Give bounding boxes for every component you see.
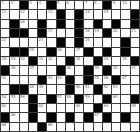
clue-number: 56	[20, 95, 25, 99]
grid-cell[interactable]: 26	[57, 48, 65, 56]
grid-cell[interactable]: 53	[112, 85, 120, 93]
clue-number: 7	[85, 1, 87, 5]
black-cell	[84, 48, 92, 56]
grid-cell[interactable]	[20, 113, 28, 121]
clue-number: 32	[48, 57, 53, 61]
grid-cell[interactable]	[121, 20, 129, 28]
grid-cell[interactable]: 31	[38, 57, 46, 65]
grid-cell[interactable]	[94, 123, 102, 131]
clue-number: 29	[11, 57, 16, 61]
clue-number: 2	[11, 1, 13, 5]
grid-cell[interactable]	[29, 38, 37, 46]
grid-cell[interactable]	[121, 123, 129, 131]
grid-cell[interactable]: 3	[29, 1, 37, 9]
clue-number: 30	[20, 57, 25, 61]
grid-cell[interactable]: 65	[131, 104, 139, 112]
grid-cell[interactable]: 32	[47, 57, 55, 65]
grid-cell[interactable]	[38, 95, 46, 103]
grid-cell[interactable]: 50	[75, 85, 83, 93]
grid-cell[interactable]	[131, 38, 139, 46]
black-cell	[38, 76, 46, 84]
black-cell	[10, 85, 18, 93]
black-cell	[38, 123, 46, 131]
black-cell	[1, 113, 9, 121]
grid-cell[interactable]	[29, 10, 37, 18]
grid-cell[interactable]: 25	[29, 48, 37, 56]
grid-cell[interactable]	[57, 85, 65, 93]
grid-cell[interactable]	[47, 38, 55, 46]
grid-cell[interactable]: 69	[47, 123, 55, 131]
black-cell	[47, 48, 55, 56]
clue-number: 43	[48, 76, 53, 80]
grid-cell[interactable]	[38, 66, 46, 74]
black-cell	[131, 57, 139, 65]
clue-number: 64	[103, 104, 108, 108]
black-cell	[57, 20, 65, 28]
black-cell	[94, 20, 102, 28]
clue-number: 48	[29, 85, 34, 89]
black-cell	[10, 20, 18, 28]
grid-cell[interactable]	[47, 66, 55, 74]
grid-cell[interactable]: 43	[47, 76, 55, 84]
black-cell	[75, 10, 83, 18]
grid-cell[interactable]	[29, 123, 37, 131]
grid-cell[interactable]	[112, 123, 120, 131]
grid-cell[interactable]: 51	[84, 85, 92, 93]
clue-number: 41	[131, 66, 136, 70]
grid-cell[interactable]: 67	[94, 113, 102, 121]
grid-cell[interactable]: 12	[20, 10, 28, 18]
grid-cell[interactable]: 37	[29, 66, 37, 74]
grid-cell[interactable]	[94, 48, 102, 56]
black-cell	[131, 10, 139, 18]
clue-number: 60	[113, 95, 118, 99]
grid-cell[interactable]	[75, 1, 83, 9]
black-cell	[29, 95, 37, 103]
black-cell	[47, 113, 55, 121]
black-cell	[20, 29, 28, 37]
black-cell	[94, 104, 102, 112]
grid-cell[interactable]	[112, 113, 120, 121]
grid-cell[interactable]: 63	[75, 104, 83, 112]
grid-cell[interactable]	[29, 20, 37, 28]
grid-cell[interactable]	[10, 104, 18, 112]
grid-cell[interactable]	[75, 66, 83, 74]
clue-number: 21	[131, 29, 136, 33]
grid-cell[interactable]	[121, 10, 129, 18]
clue-number: 62	[39, 104, 44, 108]
grid-cell[interactable]: 2	[10, 1, 18, 9]
grid-cell[interactable]	[38, 48, 46, 56]
grid-cell[interactable]	[20, 66, 28, 74]
grid-cell[interactable]: 42	[1, 76, 9, 84]
grid-cell[interactable]: 10	[121, 1, 129, 9]
grid-cell[interactable]: 48	[29, 85, 37, 93]
grid-cell[interactable]: 56	[20, 95, 28, 103]
clue-number: 40	[113, 66, 118, 70]
clue-number: 36	[11, 66, 16, 70]
grid-cell[interactable]	[66, 10, 74, 18]
grid-cell[interactable]: 58	[66, 95, 74, 103]
grid-cell[interactable]: 16	[20, 20, 28, 28]
grid-cell[interactable]	[20, 104, 28, 112]
grid-cell[interactable]: 18	[84, 29, 92, 37]
black-cell	[29, 57, 37, 65]
grid-cell[interactable]: 64	[103, 104, 111, 112]
clue-number: 11	[2, 10, 7, 14]
grid-cell[interactable]: 6	[66, 1, 74, 9]
grid-cell[interactable]: 68	[1, 123, 9, 131]
grid-cell[interactable]	[131, 85, 139, 93]
black-cell	[112, 20, 120, 28]
grid-cell[interactable]	[103, 38, 111, 46]
black-cell	[47, 1, 55, 9]
clue-number: 38	[66, 66, 71, 70]
grid-cell[interactable]	[57, 123, 65, 131]
black-cell	[29, 104, 37, 112]
black-cell	[57, 66, 65, 74]
clue-number: 31	[39, 57, 44, 61]
grid-cell[interactable]	[47, 104, 55, 112]
crossword-grid: 1234567891011121314151617181920212223242…	[0, 0, 140, 132]
grid-cell[interactable]	[112, 104, 120, 112]
clue-number: 52	[103, 85, 108, 89]
grid-cell[interactable]	[131, 123, 139, 131]
black-cell	[47, 95, 55, 103]
grid-cell[interactable]	[75, 76, 83, 84]
grid-cell[interactable]: 23	[38, 38, 46, 46]
grid-cell[interactable]	[10, 10, 18, 18]
clue-number: 12	[20, 10, 25, 14]
clue-number: 14	[85, 10, 90, 14]
clue-number: 68	[2, 123, 7, 127]
clue-number: 54	[2, 95, 7, 99]
black-cell	[84, 66, 92, 74]
black-cell	[84, 76, 92, 84]
clue-number: 26	[57, 48, 62, 52]
black-cell	[38, 29, 46, 37]
grid-cell[interactable]: 61	[1, 104, 9, 112]
clue-number: 4	[39, 1, 41, 5]
grid-cell[interactable]: 46	[103, 76, 111, 84]
grid-cell[interactable]	[66, 20, 74, 28]
grid-cell[interactable]	[84, 104, 92, 112]
grid-cell[interactable]	[103, 123, 111, 131]
clue-number: 24	[85, 38, 90, 42]
grid-cell[interactable]: 49	[38, 85, 46, 93]
grid-cell[interactable]	[66, 123, 74, 131]
grid-cell[interactable]: 59	[84, 95, 92, 103]
grid-cell[interactable]: 13	[47, 10, 55, 18]
grid-cell[interactable]: 4	[38, 1, 46, 9]
clue-number: 5	[57, 1, 59, 5]
clue-number: 23	[39, 38, 44, 42]
grid-cell[interactable]	[66, 104, 74, 112]
grid-cell[interactable]: 47	[121, 76, 129, 84]
clue-number: 61	[2, 104, 7, 108]
clue-number: 25	[29, 48, 34, 52]
clue-number: 47	[122, 76, 127, 80]
grid-cell[interactable]: 24	[84, 38, 92, 46]
grid-cell[interactable]	[57, 113, 65, 121]
black-cell	[75, 20, 83, 28]
clue-number: 20	[113, 29, 118, 33]
grid-cell[interactable]	[47, 85, 55, 93]
black-cell	[66, 113, 74, 121]
clue-number: 69	[48, 123, 53, 127]
grid-cell[interactable]	[1, 20, 9, 28]
black-cell	[131, 20, 139, 28]
clue-number: 67	[94, 113, 99, 117]
grid-cell[interactable]	[20, 123, 28, 131]
clue-number: 50	[76, 85, 81, 89]
black-cell	[66, 57, 74, 65]
clue-number: 3	[29, 1, 31, 5]
clue-number: 44	[57, 76, 62, 80]
black-cell	[103, 66, 111, 74]
black-cell	[131, 95, 139, 103]
black-cell	[20, 48, 28, 56]
clue-number: 8	[94, 1, 96, 5]
grid-cell[interactable]: 22	[1, 38, 9, 46]
black-cell	[57, 38, 65, 46]
grid-cell[interactable]: 39	[94, 66, 102, 74]
grid-cell[interactable]: 17	[47, 29, 55, 37]
black-cell	[75, 95, 83, 103]
clue-number: 53	[113, 85, 118, 89]
clue-number: 46	[103, 76, 108, 80]
grid-cell[interactable]	[10, 38, 18, 46]
grid-cell[interactable]: 14	[84, 10, 92, 18]
clue-number: 65	[131, 104, 136, 108]
black-cell	[10, 48, 18, 56]
black-cell	[20, 85, 28, 93]
grid-cell[interactable]: 9	[112, 1, 120, 9]
grid-cell[interactable]	[66, 29, 74, 37]
grid-cell[interactable]: 40	[112, 66, 120, 74]
grid-cell[interactable]	[38, 113, 46, 121]
grid-cell[interactable]: 19	[94, 29, 102, 37]
grid-cell[interactable]: 38	[66, 66, 74, 74]
grid-cell[interactable]: 57	[57, 95, 65, 103]
clue-number: 63	[76, 104, 81, 108]
black-cell	[38, 20, 46, 28]
grid-cell[interactable]	[112, 10, 120, 18]
grid-cell[interactable]	[103, 20, 111, 28]
black-cell	[103, 29, 111, 37]
black-cell	[121, 113, 129, 121]
grid-cell[interactable]: 34	[103, 57, 111, 65]
grid-cell[interactable]	[20, 76, 28, 84]
grid-cell[interactable]: 60	[112, 95, 120, 103]
clue-number: 9	[113, 1, 115, 5]
grid-cell[interactable]	[29, 29, 37, 37]
clue-number: 19	[94, 29, 99, 33]
clue-number: 15	[103, 10, 108, 14]
black-cell	[103, 113, 111, 121]
black-cell	[94, 57, 102, 65]
grid-cell[interactable]	[20, 38, 28, 46]
black-cell	[1, 66, 9, 74]
black-cell	[121, 38, 129, 46]
grid-cell[interactable]	[84, 57, 92, 65]
grid-cell[interactable]	[112, 38, 120, 46]
grid-cell[interactable]	[94, 95, 102, 103]
grid-cell[interactable]	[57, 104, 65, 112]
clue-number: 22	[2, 38, 7, 42]
grid-cell[interactable]: 41	[131, 66, 139, 74]
black-cell	[75, 29, 83, 37]
grid-cell[interactable]	[121, 85, 129, 93]
grid-cell[interactable]	[75, 123, 83, 131]
grid-cell[interactable]	[57, 57, 65, 65]
grid-cell[interactable]	[84, 20, 92, 28]
clue-number: 66	[11, 113, 16, 117]
black-cell	[103, 48, 111, 56]
clue-number: 1	[2, 1, 4, 5]
black-cell	[84, 113, 92, 121]
grid-cell[interactable]	[131, 48, 139, 56]
grid-cell[interactable]: 21	[131, 29, 139, 37]
grid-cell[interactable]: 54	[1, 95, 9, 103]
grid-cell[interactable]	[29, 76, 37, 84]
clue-number: 16	[20, 20, 25, 24]
grid-cell[interactable]	[94, 38, 102, 46]
grid-cell[interactable]: 28	[1, 57, 9, 65]
grid-cell[interactable]: 29	[10, 57, 18, 65]
clue-number: 57	[57, 95, 62, 99]
clue-number: 34	[103, 57, 108, 61]
black-cell	[66, 85, 74, 93]
clue-number: 55	[11, 95, 16, 99]
grid-cell[interactable]	[94, 10, 102, 18]
grid-cell[interactable]: 11	[1, 10, 9, 18]
black-cell	[112, 76, 120, 84]
grid-cell[interactable]	[121, 29, 129, 37]
grid-cell[interactable]	[10, 123, 18, 131]
grid-cell[interactable]	[66, 48, 74, 56]
grid-cell[interactable]: 30	[20, 57, 28, 65]
clue-number: 51	[85, 85, 90, 89]
grid-cell[interactable]: 33	[75, 57, 83, 65]
clue-number: 45	[94, 76, 99, 80]
grid-cell[interactable]: 45	[94, 76, 102, 84]
clue-number: 35	[122, 57, 127, 61]
grid-cell[interactable]: 52	[103, 85, 111, 93]
grid-cell[interactable]	[112, 57, 120, 65]
clue-number: 42	[2, 76, 7, 80]
grid-cell[interactable]: 7	[84, 1, 92, 9]
grid-cell[interactable]: 8	[94, 1, 102, 9]
grid-cell[interactable]: 20	[112, 29, 120, 37]
grid-cell[interactable]	[131, 1, 139, 9]
grid-cell[interactable]	[131, 76, 139, 84]
black-cell	[20, 1, 28, 9]
grid-cell[interactable]: 35	[121, 57, 129, 65]
grid-cell[interactable]	[121, 95, 129, 103]
grid-cell[interactable]	[1, 29, 9, 37]
grid-cell[interactable]	[38, 10, 46, 18]
grid-cell[interactable]	[1, 85, 9, 93]
grid-cell[interactable]: 36	[10, 66, 18, 74]
grid-cell[interactable]	[84, 123, 92, 131]
black-cell	[121, 48, 129, 56]
grid-cell[interactable]	[10, 76, 18, 84]
grid-cell[interactable]	[75, 113, 83, 121]
clue-number: 37	[29, 66, 34, 70]
grid-cell[interactable]	[47, 20, 55, 28]
clue-number: 58	[66, 95, 71, 99]
clue-number: 10	[122, 1, 127, 5]
clue-number: 39	[94, 66, 99, 70]
grid-cell[interactable]: 27	[75, 48, 83, 56]
clue-number: 18	[85, 29, 90, 33]
grid-cell[interactable]	[131, 113, 139, 121]
grid-cell[interactable]	[1, 48, 9, 56]
grid-cell[interactable]	[121, 104, 129, 112]
clue-number: 59	[85, 95, 90, 99]
grid-cell[interactable]	[112, 48, 120, 56]
grid-cell[interactable]: 1	[1, 1, 9, 9]
clue-number: 49	[39, 85, 44, 89]
grid-cell[interactable]: 62	[38, 104, 46, 112]
grid-cell[interactable]: 55	[10, 95, 18, 103]
black-cell	[29, 113, 37, 121]
clue-number: 28	[2, 57, 7, 61]
grid-cell[interactable]: 5	[57, 1, 65, 9]
grid-cell[interactable]	[121, 66, 129, 74]
clue-number: 33	[76, 57, 81, 61]
grid-cell[interactable]: 66	[10, 113, 18, 121]
black-cell	[66, 76, 74, 84]
clue-number: 6	[66, 1, 68, 5]
grid-cell[interactable]	[66, 38, 74, 46]
black-cell	[103, 95, 111, 103]
black-cell	[103, 1, 111, 9]
grid-cell[interactable]: 15	[103, 10, 111, 18]
grid-cell[interactable]	[57, 29, 65, 37]
clue-number: 17	[48, 29, 53, 33]
grid-cell[interactable]: 44	[57, 76, 65, 84]
black-cell	[75, 38, 83, 46]
black-cell	[57, 10, 65, 18]
black-cell	[10, 29, 18, 37]
black-cell	[94, 85, 102, 93]
clue-number: 13	[48, 10, 53, 14]
clue-number: 27	[76, 48, 81, 52]
